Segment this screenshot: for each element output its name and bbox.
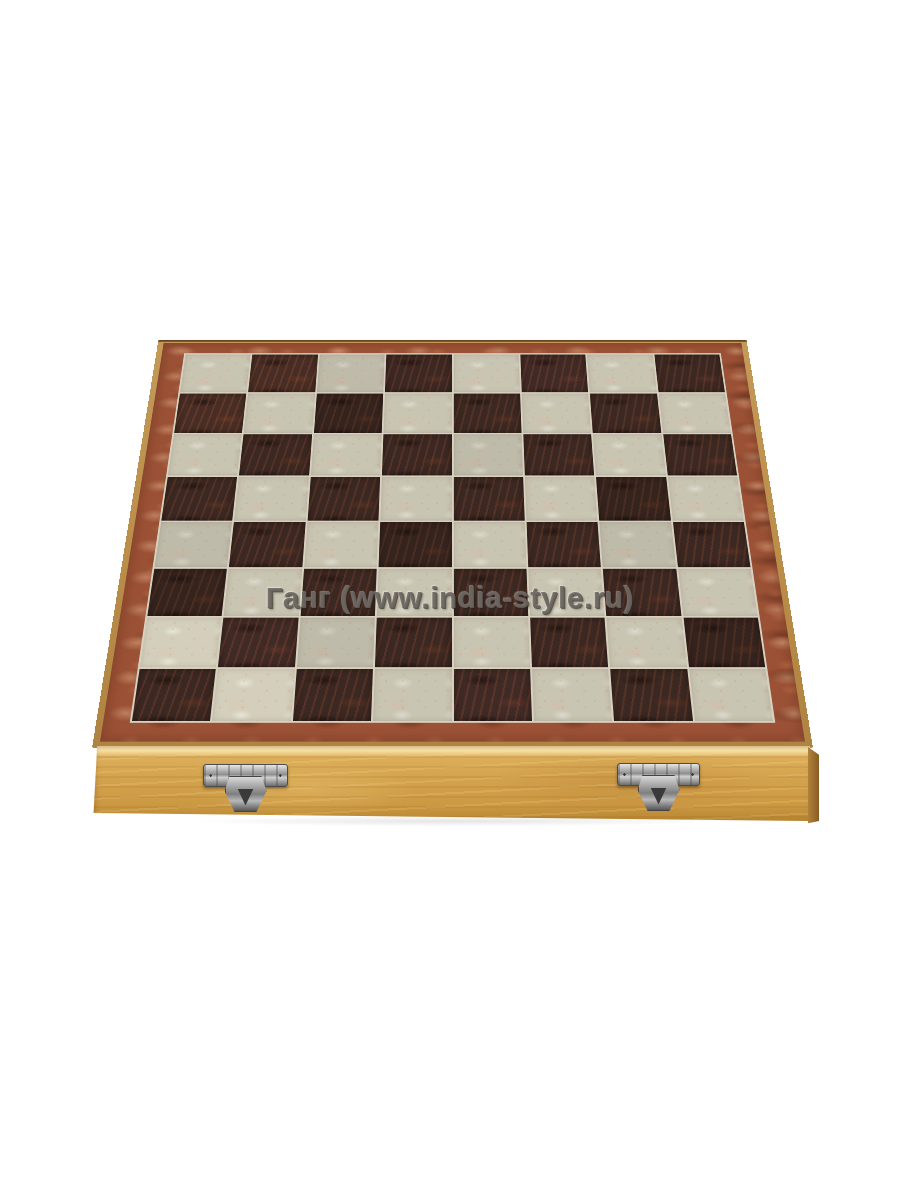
square-g1 [610,669,692,721]
square-f7 [522,394,592,433]
square-h5 [668,477,744,520]
square-d6 [382,434,452,475]
board-field [130,353,776,722]
square-d7 [384,394,452,433]
square-f6 [523,434,594,475]
square-g2 [607,617,687,667]
square-g6 [593,434,666,475]
square-f1 [532,669,612,721]
box-front-panel [90,746,810,824]
square-h3 [678,568,758,615]
square-h8 [654,355,725,393]
square-a5 [161,477,237,520]
square-d5 [380,477,451,520]
metal-latch-left [203,763,288,812]
box-right-side [808,747,819,824]
square-d2 [375,617,451,667]
square-f2 [530,617,608,667]
square-h7 [658,394,730,433]
square-a2 [140,617,222,667]
square-d4 [379,522,452,567]
square-e7 [453,394,521,433]
square-c2 [297,617,375,667]
box-shadow [100,817,810,831]
square-h4 [673,522,751,567]
board-top-surface [92,340,813,748]
square-e8 [453,355,520,393]
square-h1 [689,669,773,721]
square-d1 [373,669,451,721]
square-a4 [155,522,233,567]
square-e2 [453,617,529,667]
stone-border-frame [100,343,805,742]
square-g7 [590,394,661,433]
square-c5 [307,477,380,520]
square-a7 [174,394,246,433]
square-c4 [304,522,379,567]
square-e5 [453,477,524,520]
square-f4 [526,522,601,567]
square-c7 [314,394,384,433]
square-a3 [147,568,227,615]
latch-hook-icon [638,775,680,811]
square-f8 [520,355,588,393]
latch-hook-icon [225,776,267,812]
square-c8 [317,355,385,393]
square-h6 [663,434,737,475]
square-g4 [600,522,676,567]
square-b8 [248,355,317,393]
metal-latch-right [617,762,700,815]
square-b2 [218,617,298,667]
square-a8 [180,355,251,393]
watermark-text: Ганг (www.india-style.ru) [266,583,635,613]
square-b6 [239,434,312,475]
square-b7 [244,394,315,433]
square-d8 [385,355,452,393]
square-e4 [453,522,526,567]
square-b1 [212,669,294,721]
square-f5 [525,477,598,520]
square-g8 [587,355,656,393]
product-photo: Ганг (www.india-style.ru) [0,0,900,1200]
square-g5 [596,477,670,520]
square-a6 [168,434,242,475]
square-c1 [293,669,373,721]
square-e6 [453,434,523,475]
square-a1 [132,669,216,721]
square-b5 [234,477,308,520]
square-c6 [311,434,382,475]
square-b4 [229,522,305,567]
square-e1 [453,669,531,721]
square-h2 [683,617,765,667]
